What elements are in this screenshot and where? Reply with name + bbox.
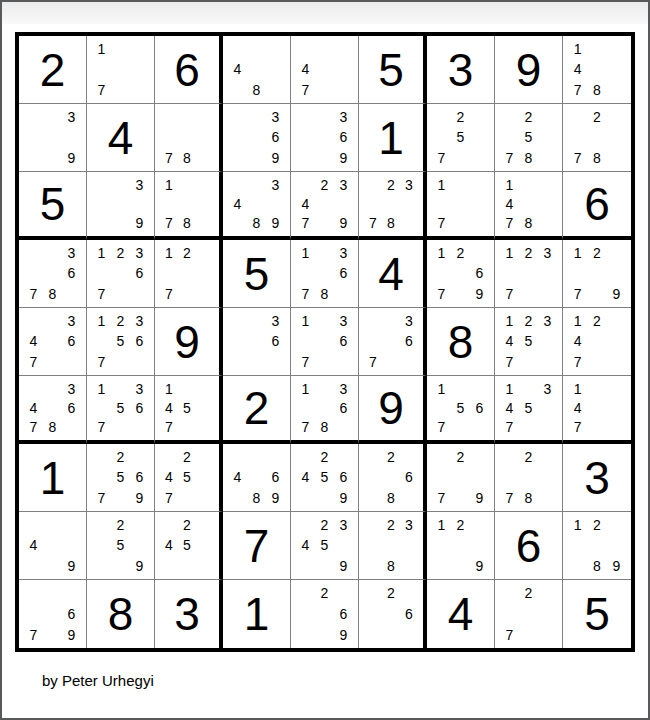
pencil-marks: 1237	[495, 240, 562, 307]
pencil-marks: 1289	[563, 512, 631, 579]
candidate-3: 3	[334, 243, 353, 263]
cell-r8c6[interactable]: 238	[359, 512, 427, 580]
cell-r8c5[interactable]: 23459	[291, 512, 359, 580]
pencil-marks: 147	[563, 376, 631, 440]
cell-r8c9[interactable]: 1289	[563, 512, 631, 580]
cell-r3c7[interactable]: 17	[427, 172, 495, 240]
candidate-4: 4	[500, 194, 519, 213]
cell-r8c8[interactable]: 6	[495, 512, 563, 580]
cell-r1c7[interactable]: 3	[427, 36, 495, 104]
candidate-7: 7	[432, 214, 451, 233]
candidate-8: 8	[519, 214, 538, 233]
cell-value: 6	[174, 47, 200, 93]
candidate-5: 5	[111, 467, 130, 487]
cell-r1c1[interactable]: 2	[19, 36, 87, 104]
pencil-marks: 24569	[291, 444, 358, 511]
candidate-8: 8	[315, 418, 334, 437]
candidate-8: 8	[247, 488, 266, 508]
cell-value: 5	[40, 181, 66, 227]
cell-r3c3[interactable]: 178	[155, 172, 223, 240]
candidate-7: 7	[24, 284, 43, 304]
cell-r2c2[interactable]: 4	[87, 104, 155, 172]
pencil-marks: 13678	[291, 240, 358, 307]
cell-value: 9	[516, 47, 542, 93]
candidate-4: 4	[228, 59, 247, 79]
pencil-marks: 17	[427, 172, 494, 236]
candidate-7: 7	[500, 624, 519, 645]
candidate-1: 1	[160, 243, 178, 263]
cell-r4c4[interactable]: 5	[223, 240, 291, 308]
candidate-4: 4	[160, 467, 178, 487]
cell-r1c4[interactable]: 48	[223, 36, 291, 104]
cell-r3c4[interactable]: 3489	[223, 172, 291, 240]
candidate-2: 2	[587, 311, 606, 331]
candidate-9: 9	[62, 148, 81, 168]
candidate-3: 3	[334, 107, 353, 127]
cell-r7c9[interactable]: 3	[563, 444, 631, 512]
candidate-3: 3	[334, 175, 353, 194]
candidate-5: 5	[315, 467, 334, 487]
candidate-5: 5	[178, 467, 196, 487]
cell-r4c2[interactable]: 12367	[87, 240, 155, 308]
candidate-7: 7	[92, 80, 111, 100]
cell-value: 9	[174, 319, 200, 365]
candidate-7: 7	[24, 418, 43, 437]
candidate-7: 7	[160, 488, 178, 508]
candidate-9: 9	[334, 624, 353, 645]
cell-r7c3[interactable]: 2457	[155, 444, 223, 512]
cell-r6c7[interactable]: 1567	[427, 376, 495, 444]
candidate-3: 3	[538, 243, 557, 263]
candidate-7: 7	[160, 418, 178, 437]
candidate-7: 7	[500, 148, 519, 168]
cell-r3c8[interactable]: 1478	[495, 172, 563, 240]
candidate-5: 5	[111, 398, 130, 417]
pencil-marks: 4689	[223, 444, 290, 511]
candidate-8: 8	[178, 214, 196, 233]
candidate-8: 8	[247, 214, 266, 233]
candidate-6: 6	[400, 467, 418, 487]
pencil-marks: 12367	[87, 240, 154, 307]
cell-r5c5[interactable]: 1367	[291, 308, 359, 376]
cell-r9c8[interactable]: 27	[495, 580, 563, 648]
cell-r5c8[interactable]: 123457	[495, 308, 563, 376]
pencil-marks: 2578	[495, 104, 562, 171]
pencil-marks: 23479	[291, 172, 358, 236]
candidate-3: 3	[334, 311, 353, 331]
sudoku-board: 2176484753914783947836936912572578278539…	[15, 32, 635, 652]
pencil-marks: 245	[155, 512, 219, 579]
candidate-9: 9	[334, 488, 353, 508]
candidate-8: 8	[178, 148, 196, 168]
cell-r7c7[interactable]: 279	[427, 444, 495, 512]
candidate-2: 2	[111, 515, 130, 535]
candidate-1: 1	[160, 175, 178, 194]
candidate-8: 8	[587, 80, 606, 100]
pencil-marks: 3489	[223, 172, 290, 236]
pencil-marks: 123457	[495, 308, 562, 375]
candidate-3: 3	[334, 379, 353, 398]
pencil-marks: 1478	[563, 36, 631, 103]
pencil-marks: 78	[155, 104, 219, 171]
candidate-7: 7	[500, 488, 519, 508]
cell-value: 6	[584, 181, 610, 227]
candidate-9: 9	[62, 624, 81, 645]
candidate-3: 3	[62, 311, 81, 331]
candidate-1: 1	[92, 311, 111, 331]
cell-value: 4	[108, 115, 134, 161]
cell-r3c9[interactable]: 6	[563, 172, 631, 240]
cell-r9c9[interactable]: 5	[563, 580, 631, 648]
candidate-6: 6	[334, 604, 353, 625]
pencil-marks: 679	[19, 580, 86, 648]
candidate-4: 4	[24, 398, 43, 417]
candidate-7: 7	[296, 284, 315, 304]
candidate-7: 7	[364, 214, 382, 233]
pencil-marks: 27	[495, 580, 562, 648]
cell-r5c6[interactable]: 367	[359, 308, 427, 376]
pencil-marks: 13678	[291, 376, 358, 440]
candidate-1: 1	[568, 243, 587, 263]
cell-r6c2[interactable]: 13567	[87, 376, 155, 444]
candidate-1: 1	[432, 515, 451, 535]
pencil-marks: 1478	[495, 172, 562, 236]
candidate-6: 6	[62, 331, 81, 351]
cell-r2c6[interactable]: 1	[359, 104, 427, 172]
candidate-1: 1	[296, 243, 315, 263]
candidate-2: 2	[111, 243, 130, 263]
candidate-7: 7	[500, 352, 519, 372]
candidate-4: 4	[568, 59, 587, 79]
cell-r7c4[interactable]: 4689	[223, 444, 291, 512]
candidate-3: 3	[266, 175, 285, 194]
cell-r8c2[interactable]: 259	[87, 512, 155, 580]
candidate-6: 6	[130, 331, 149, 351]
candidate-3: 3	[62, 243, 81, 263]
candidate-3: 3	[266, 107, 285, 127]
candidate-6: 6	[130, 398, 149, 417]
candidate-6: 6	[334, 398, 353, 417]
cell-value: 5	[378, 47, 404, 93]
candidate-7: 7	[92, 352, 111, 372]
candidate-1: 1	[92, 243, 111, 263]
cell-r7c5[interactable]: 24569	[291, 444, 359, 512]
candidate-1: 1	[500, 243, 519, 263]
cell-r9c4[interactable]: 1	[223, 580, 291, 648]
candidate-8: 8	[382, 214, 400, 233]
cell-r2c4[interactable]: 369	[223, 104, 291, 172]
cell-r4c3[interactable]: 127	[155, 240, 223, 308]
candidate-1: 1	[568, 311, 587, 331]
candidate-5: 5	[178, 398, 196, 417]
candidate-7: 7	[568, 352, 587, 372]
cell-value: 8	[448, 319, 474, 365]
candidate-1: 1	[568, 39, 587, 59]
cell-r8c1[interactable]: 49	[19, 512, 87, 580]
candidate-5: 5	[111, 331, 130, 351]
cell-r2c3[interactable]: 78	[155, 104, 223, 172]
candidate-6: 6	[334, 467, 353, 487]
candidate-8: 8	[587, 556, 606, 576]
cell-r4c6[interactable]: 4	[359, 240, 427, 308]
cell-value: 3	[448, 47, 474, 93]
cell-r9c7[interactable]: 4	[427, 580, 495, 648]
candidate-4: 4	[296, 535, 315, 555]
cell-r1c6[interactable]: 5	[359, 36, 427, 104]
pencil-marks: 36	[223, 308, 290, 375]
candidate-8: 8	[43, 284, 62, 304]
candidate-5: 5	[111, 535, 130, 555]
pencil-marks: 13567	[87, 376, 154, 440]
candidate-7: 7	[568, 284, 587, 304]
candidate-8: 8	[382, 556, 400, 576]
candidate-6: 6	[334, 331, 353, 351]
candidate-7: 7	[500, 418, 519, 437]
candidate-7: 7	[568, 148, 587, 168]
cell-r6c6[interactable]: 9	[359, 376, 427, 444]
candidate-2: 2	[587, 107, 606, 127]
cell-r4c7[interactable]: 12679	[427, 240, 495, 308]
cell-r3c2[interactable]: 39	[87, 172, 155, 240]
cell-r7c6[interactable]: 268	[359, 444, 427, 512]
candidate-2: 2	[519, 447, 538, 467]
candidate-7: 7	[92, 284, 111, 304]
candidate-2: 2	[111, 447, 130, 467]
cell-value: 3	[174, 591, 200, 637]
candidate-7: 7	[24, 352, 43, 372]
candidate-6: 6	[266, 331, 285, 351]
candidate-6: 6	[130, 263, 149, 283]
pencil-marks: 268	[359, 444, 423, 511]
pencil-marks: 48	[223, 36, 290, 103]
candidate-7: 7	[24, 624, 43, 645]
candidate-9: 9	[266, 148, 285, 168]
pencil-marks: 12679	[427, 240, 494, 307]
candidate-1: 1	[432, 379, 451, 398]
candidate-2: 2	[382, 447, 400, 467]
candidate-4: 4	[160, 535, 178, 555]
candidate-6: 6	[62, 263, 81, 283]
cell-r6c8[interactable]: 13457	[495, 376, 563, 444]
pencil-marks: 1367	[291, 308, 358, 375]
cell-r6c5[interactable]: 13678	[291, 376, 359, 444]
cell-r7c2[interactable]: 25679	[87, 444, 155, 512]
candidate-6: 6	[62, 398, 81, 417]
candidate-3: 3	[400, 515, 418, 535]
candidate-5: 5	[178, 535, 196, 555]
cell-r1c9[interactable]: 1478	[563, 36, 631, 104]
cell-r6c3[interactable]: 1457	[155, 376, 223, 444]
candidate-5: 5	[451, 127, 470, 147]
cell-r6c9[interactable]: 147	[563, 376, 631, 444]
cell-value: 7	[244, 523, 270, 569]
candidate-2: 2	[519, 243, 538, 263]
candidate-4: 4	[228, 467, 247, 487]
candidate-7: 7	[432, 284, 451, 304]
cell-value: 9	[378, 385, 404, 431]
candidate-7: 7	[296, 352, 315, 372]
cell-r9c1[interactable]: 679	[19, 580, 87, 648]
candidate-7: 7	[432, 488, 451, 508]
cell-r7c1[interactable]: 1	[19, 444, 87, 512]
candidate-3: 3	[130, 311, 149, 331]
cell-value: 1	[378, 115, 404, 161]
candidate-2: 2	[451, 243, 470, 263]
candidate-2: 2	[178, 447, 196, 467]
pencil-marks: 123567	[87, 308, 154, 375]
pencil-marks: 2378	[359, 172, 423, 236]
candidate-4: 4	[228, 194, 247, 213]
candidate-2: 2	[315, 515, 334, 535]
cell-r9c3[interactable]: 3	[155, 580, 223, 648]
candidate-3: 3	[130, 243, 149, 263]
candidate-9: 9	[607, 556, 626, 576]
candidate-6: 6	[470, 263, 489, 283]
candidate-5: 5	[315, 535, 334, 555]
candidate-3: 3	[62, 379, 81, 398]
cell-r2c8[interactable]: 2578	[495, 104, 563, 172]
candidate-3: 3	[130, 379, 149, 398]
candidate-2: 2	[451, 107, 470, 127]
pencil-marks: 25679	[87, 444, 154, 511]
cell-r1c5[interactable]: 47	[291, 36, 359, 104]
candidate-4: 4	[568, 398, 587, 417]
candidate-1: 1	[432, 175, 451, 194]
pencil-marks: 367	[359, 308, 423, 375]
candidate-9: 9	[130, 556, 149, 576]
pencil-marks: 2457	[155, 444, 219, 511]
cell-value: 1	[40, 455, 66, 501]
candidate-1: 1	[92, 39, 111, 59]
cell-r9c6[interactable]: 26	[359, 580, 427, 648]
pencil-marks: 1247	[563, 308, 631, 375]
cell-r3c6[interactable]: 2378	[359, 172, 427, 240]
pencil-marks: 23459	[291, 512, 358, 579]
cell-r4c5[interactable]: 13678	[291, 240, 359, 308]
pencil-marks: 39	[19, 104, 86, 171]
cell-r5c1[interactable]: 3467	[19, 308, 87, 376]
cell-r6c1[interactable]: 34678	[19, 376, 87, 444]
candidate-7: 7	[500, 214, 519, 233]
cell-r4c1[interactable]: 3678	[19, 240, 87, 308]
pencil-marks: 369	[223, 104, 290, 171]
pencil-marks: 178	[155, 172, 219, 236]
candidate-7: 7	[296, 214, 315, 233]
candidate-7: 7	[92, 418, 111, 437]
pencil-marks: 238	[359, 512, 423, 579]
candidate-2: 2	[519, 107, 538, 127]
candidate-2: 2	[587, 515, 606, 535]
candidate-9: 9	[334, 556, 353, 576]
pencil-marks: 259	[87, 512, 154, 579]
candidate-3: 3	[62, 107, 81, 127]
candidate-1: 1	[500, 175, 519, 194]
candidate-7: 7	[568, 418, 587, 437]
pencil-marks: 129	[427, 512, 494, 579]
candidate-7: 7	[432, 418, 451, 437]
cell-value: 6	[516, 523, 542, 569]
candidate-6: 6	[266, 467, 285, 487]
cell-r2c9[interactable]: 278	[563, 104, 631, 172]
cell-r1c3[interactable]: 6	[155, 36, 223, 104]
candidate-3: 3	[538, 311, 557, 331]
candidate-6: 6	[62, 604, 81, 625]
pencil-marks: 17	[87, 36, 154, 103]
candidate-1: 1	[432, 243, 451, 263]
candidate-9: 9	[470, 284, 489, 304]
candidate-6: 6	[400, 604, 418, 625]
candidate-2: 2	[451, 515, 470, 535]
candidate-5: 5	[519, 398, 538, 417]
pencil-marks: 34678	[19, 376, 86, 440]
cell-r7c8[interactable]: 278	[495, 444, 563, 512]
candidate-6: 6	[334, 263, 353, 283]
candidate-2: 2	[315, 583, 334, 604]
cell-r8c4[interactable]: 7	[223, 512, 291, 580]
cell-r1c8[interactable]: 9	[495, 36, 563, 104]
candidate-4: 4	[24, 331, 43, 351]
candidate-2: 2	[519, 583, 538, 604]
candidate-8: 8	[247, 80, 266, 100]
cell-value: 3	[584, 455, 610, 501]
cell-r2c7[interactable]: 257	[427, 104, 495, 172]
candidate-4: 4	[24, 535, 43, 555]
cell-r8c3[interactable]: 245	[155, 512, 223, 580]
candidate-6: 6	[334, 127, 353, 147]
cell-r8c7[interactable]: 129	[427, 512, 495, 580]
cell-r2c5[interactable]: 369	[291, 104, 359, 172]
pencil-marks: 257	[427, 104, 494, 171]
cell-value: 5	[244, 251, 270, 297]
cell-r2c1[interactable]: 39	[19, 104, 87, 172]
cell-value: 2	[40, 47, 66, 93]
cell-r9c2[interactable]: 8	[87, 580, 155, 648]
cell-r5c4[interactable]: 36	[223, 308, 291, 376]
cell-r1c2[interactable]: 17	[87, 36, 155, 104]
candidate-2: 2	[382, 583, 400, 604]
pencil-marks: 1457	[155, 376, 219, 440]
candidate-2: 2	[382, 515, 400, 535]
cell-r3c1[interactable]: 5	[19, 172, 87, 240]
candidate-9: 9	[62, 556, 81, 576]
pencil-marks: 369	[291, 104, 358, 171]
cell-r5c3[interactable]: 9	[155, 308, 223, 376]
cell-r4c8[interactable]: 1237	[495, 240, 563, 308]
candidate-2: 2	[587, 243, 606, 263]
candidate-9: 9	[130, 488, 149, 508]
candidate-1: 1	[92, 379, 111, 398]
cell-r9c5[interactable]: 269	[291, 580, 359, 648]
candidate-3: 3	[400, 311, 418, 331]
candidate-9: 9	[130, 214, 149, 233]
cell-r3c5[interactable]: 23479	[291, 172, 359, 240]
cell-r5c2[interactable]: 123567	[87, 308, 155, 376]
cell-r6c4[interactable]: 2	[223, 376, 291, 444]
cell-r4c9[interactable]: 1279	[563, 240, 631, 308]
candidate-3: 3	[130, 175, 149, 194]
candidate-3: 3	[538, 379, 557, 398]
cell-r5c7[interactable]: 8	[427, 308, 495, 376]
cell-r5c9[interactable]: 1247	[563, 308, 631, 376]
candidate-7: 7	[568, 80, 587, 100]
candidate-7: 7	[92, 488, 111, 508]
candidate-9: 9	[470, 488, 489, 508]
pencil-marks: 1567	[427, 376, 494, 440]
pencil-marks: 47	[291, 36, 358, 103]
candidate-2: 2	[315, 447, 334, 467]
candidate-7: 7	[432, 148, 451, 168]
candidate-4: 4	[500, 331, 519, 351]
